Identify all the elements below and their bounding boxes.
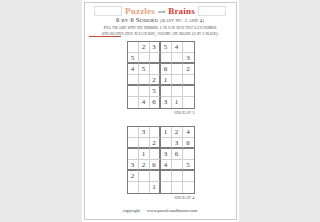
sudoku-cell-r3c4: 6 [161, 64, 172, 75]
sudoku-cell-r5c5[interactable] [172, 171, 183, 182]
sudoku-cell-r1c4: 1 [161, 127, 172, 138]
brand-word-puzzles: Puzzles [125, 6, 155, 16]
sudoku-cell-r4c4: 1 [161, 75, 172, 86]
sudoku-cell-r1c4: 5 [161, 42, 172, 53]
page-footer: copyrightwww.puzzlesandbrains.com [82, 208, 239, 213]
sudoku-cell-r1c2: 2 [139, 42, 150, 53]
instructions: Fill the grid with the numbers 1 to 6 in… [86, 25, 235, 36]
sudoku-cell-r3c1: 4 [128, 64, 139, 75]
sudoku-cell-r6c5: 1 [172, 97, 183, 108]
sudoku-cell-r1c6: 4 [183, 127, 194, 138]
sudoku-cell-r1c2: 3 [139, 127, 150, 138]
sudoku-cell-r4c1[interactable] [128, 75, 139, 86]
sudoku-cell-r1c1[interactable] [128, 127, 139, 138]
sudoku-cell-r6c3: 6 [150, 97, 161, 108]
sudoku-cell-r4c5[interactable] [172, 75, 183, 86]
puzzle-caption-2: 6x6 Easy 4 [127, 195, 195, 200]
sudoku-cell-r5c2[interactable] [139, 86, 150, 97]
sudoku-cell-r1c5: 2 [172, 127, 183, 138]
sudoku-cell-r6c3: 1 [150, 182, 161, 193]
sudoku-cell-r2c2[interactable] [139, 53, 150, 64]
sudoku-cell-r2c5: 3 [172, 138, 183, 149]
header-placeholder-box-left [94, 6, 122, 16]
sudoku-cell-r4c6[interactable] [183, 75, 194, 86]
sudoku-cell-r5c1[interactable] [128, 86, 139, 97]
brand-word-and: and [158, 9, 165, 14]
sudoku-cell-r2c4[interactable] [161, 53, 172, 64]
sudoku-cell-r6c6[interactable] [183, 182, 194, 193]
sudoku-cell-r5c1: 2 [128, 171, 139, 182]
sudoku-cell-r4c2[interactable] [139, 75, 150, 86]
sudoku-cell-r1c1[interactable] [128, 42, 139, 53]
sudoku-cell-r5c3: 5 [150, 86, 161, 97]
sudoku-cell-r6c2[interactable] [139, 182, 150, 193]
sudoku-cell-r4c6: 5 [183, 160, 194, 171]
sudoku-cell-r3c4: 3 [161, 149, 172, 160]
page-title-main: 6 by 6 Sudoku [116, 16, 159, 23]
sudoku-cell-r5c6[interactable] [183, 171, 194, 182]
sudoku-cell-r1c3: 3 [150, 42, 161, 53]
sudoku-cell-r2c1[interactable] [128, 138, 139, 149]
sudoku-cell-r3c6: 2 [183, 64, 194, 75]
puzzle-caption-1: 6x6 Easy 3 [127, 110, 195, 115]
sudoku-cell-r6c4[interactable] [161, 182, 172, 193]
sudoku-cell-r2c1: 5 [128, 53, 139, 64]
sudoku-cell-r6c5[interactable] [172, 182, 183, 193]
sudoku-cell-r3c3[interactable] [150, 64, 161, 75]
sudoku-cell-r3c6[interactable] [183, 149, 194, 160]
sudoku-cell-r2c4[interactable] [161, 138, 172, 149]
copyright-label: copyright [123, 208, 140, 213]
sudoku-cell-r2c3[interactable] [150, 53, 161, 64]
sudoku-cell-r5c5[interactable] [172, 86, 183, 97]
sudoku-cell-r1c5: 4 [172, 42, 183, 53]
sudoku-cell-r6c4: 3 [161, 97, 172, 108]
sudoku-cell-r5c4[interactable] [161, 86, 172, 97]
sudoku-cell-r2c6: 3 [183, 53, 194, 64]
sudoku-cell-r4c3: 6 [150, 160, 161, 171]
sudoku-cell-r3c2: 1 [139, 149, 150, 160]
sudoku-cell-r4c5[interactable] [172, 160, 183, 171]
sudoku-cell-r4c4: 4 [161, 160, 172, 171]
page-title-note: (Easy no. 3 and 4) [160, 18, 204, 23]
sudoku-cell-r2c6: 6 [183, 138, 194, 149]
sudoku-cell-r5c3[interactable] [150, 171, 161, 182]
sudoku-grid-2: 31242361363264521 [127, 126, 195, 194]
sudoku-cell-r3c2: 5 [139, 64, 150, 75]
sudoku-cell-r5c4[interactable] [161, 171, 172, 182]
sudoku-cell-r6c1[interactable] [128, 97, 139, 108]
sudoku-cell-r2c2[interactable] [139, 138, 150, 149]
instruction-line-1: Fill the grid with the numbers 1 to 6 in… [86, 25, 235, 31]
brand-word-brains: Brains [168, 6, 195, 16]
sudoku-grid-1: 23545345622154631 [127, 41, 195, 109]
sudoku-cell-r5c6[interactable] [183, 86, 194, 97]
sudoku-cell-r6c1[interactable] [128, 182, 139, 193]
sudoku-cell-r3c5[interactable] [172, 64, 183, 75]
sudoku-cell-r2c3: 2 [150, 138, 161, 149]
brand-header: Puzzles and Brains [82, 6, 239, 16]
sudoku-cell-r3c3[interactable] [150, 149, 161, 160]
sudoku-cell-r4c2: 2 [139, 160, 150, 171]
sudoku-cell-r2c5[interactable] [172, 53, 183, 64]
header-placeholder-box-right [198, 6, 226, 16]
sudoku-cell-r4c3: 2 [150, 75, 161, 86]
sudoku-cell-r3c5: 6 [172, 149, 183, 160]
sudoku-cell-r6c2: 4 [139, 97, 150, 108]
sudoku-cell-r6c6[interactable] [183, 97, 194, 108]
sudoku-cell-r1c3[interactable] [150, 127, 161, 138]
sudoku-cell-r4c1: 3 [128, 160, 139, 171]
sudoku-cell-r5c2[interactable] [139, 171, 150, 182]
sudoku-cell-r3c1[interactable] [128, 149, 139, 160]
site-url: www.puzzlesandbrains.com [147, 208, 197, 213]
accent-rule [89, 36, 121, 37]
worksheet-page: Puzzles and Brains 6 by 6 Sudoku (Easy n… [82, 0, 239, 222]
sudoku-cell-r1c6[interactable] [183, 42, 194, 53]
page-title: 6 by 6 Sudoku (Easy no. 3 and 4) [82, 16, 239, 23]
